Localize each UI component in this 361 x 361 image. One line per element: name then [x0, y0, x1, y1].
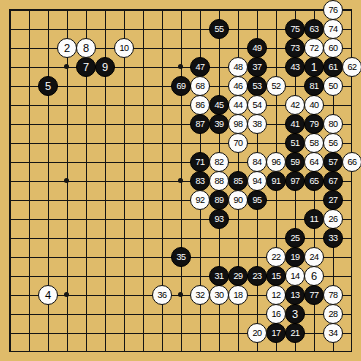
- hoshi-point: [64, 178, 69, 183]
- stone-black-71: 71: [190, 152, 210, 172]
- stone-black-15: 15: [266, 266, 286, 286]
- stone-white-14: 14: [285, 266, 305, 286]
- stone-black-97: 97: [285, 171, 305, 191]
- stone-black-91: 91: [266, 171, 286, 191]
- stone-black-9: 9: [95, 57, 115, 77]
- stone-black-93: 93: [209, 209, 229, 229]
- stone-black-23: 23: [247, 266, 267, 286]
- stone-white-6: 6: [304, 266, 324, 286]
- hoshi-point: [178, 64, 183, 69]
- stone-white-24: 24: [304, 247, 324, 267]
- stone-black-13: 13: [285, 285, 305, 305]
- stone-black-49: 49: [247, 38, 267, 58]
- stone-white-96: 96: [266, 152, 286, 172]
- stone-black-51: 51: [285, 133, 305, 153]
- stone-black-33: 33: [323, 228, 343, 248]
- stone-black-89: 89: [209, 190, 229, 210]
- stone-black-1: 1: [304, 57, 324, 77]
- stone-white-26: 26: [323, 209, 343, 229]
- hoshi-point: [64, 64, 69, 69]
- stone-white-28: 28: [323, 304, 343, 324]
- stone-white-46: 46: [228, 76, 248, 96]
- stone-white-60: 60: [323, 38, 343, 58]
- stone-white-4: 4: [38, 285, 58, 305]
- stone-white-64: 64: [304, 152, 324, 172]
- stone-black-65: 65: [304, 171, 324, 191]
- stone-white-54: 54: [247, 95, 267, 115]
- stone-black-57: 57: [323, 152, 343, 172]
- stone-black-39: 39: [209, 114, 229, 134]
- stone-white-16: 16: [266, 304, 286, 324]
- stone-black-45: 45: [209, 95, 229, 115]
- stone-white-22: 22: [266, 247, 286, 267]
- stone-black-75: 75: [285, 19, 305, 39]
- stone-white-32: 32: [190, 285, 210, 305]
- stone-black-83: 83: [190, 171, 210, 191]
- stone-white-36: 36: [152, 285, 172, 305]
- stone-black-55: 55: [209, 19, 229, 39]
- stone-black-7: 7: [76, 57, 96, 77]
- stone-white-80: 80: [323, 114, 343, 134]
- stone-white-48: 48: [228, 57, 248, 77]
- stone-white-58: 58: [304, 133, 324, 153]
- stone-black-85: 85: [228, 171, 248, 191]
- stone-white-2: 2: [57, 38, 77, 58]
- stone-white-18: 18: [228, 285, 248, 305]
- hoshi-point: [64, 292, 69, 297]
- stone-black-41: 41: [285, 114, 305, 134]
- stone-black-95: 95: [247, 190, 267, 210]
- stone-white-62: 62: [342, 57, 361, 77]
- hoshi-point: [178, 292, 183, 297]
- stone-black-53: 53: [247, 76, 267, 96]
- stone-black-31: 31: [209, 266, 229, 286]
- stone-black-63: 63: [304, 19, 324, 39]
- stone-black-29: 29: [228, 266, 248, 286]
- stone-black-11: 11: [304, 209, 324, 229]
- stone-white-92: 92: [190, 190, 210, 210]
- stone-white-70: 70: [228, 133, 248, 153]
- stone-white-68: 68: [190, 76, 210, 96]
- stone-black-3: 3: [285, 304, 305, 324]
- stone-white-82: 82: [209, 152, 229, 172]
- stone-black-73: 73: [285, 38, 305, 58]
- stone-white-88: 88: [209, 171, 229, 191]
- go-board: 1234567891011121314151617181920212223242…: [0, 0, 361, 361]
- stone-black-35: 35: [171, 247, 191, 267]
- stone-black-79: 79: [304, 114, 324, 134]
- hoshi-point: [178, 178, 183, 183]
- stone-white-74: 74: [323, 19, 343, 39]
- stone-black-69: 69: [171, 76, 191, 96]
- stone-black-87: 87: [190, 114, 210, 134]
- stone-white-38: 38: [247, 114, 267, 134]
- stone-black-17: 17: [266, 323, 286, 343]
- stone-black-19: 19: [285, 247, 305, 267]
- stone-white-34: 34: [323, 323, 343, 343]
- stone-white-76: 76: [323, 0, 343, 20]
- stone-white-10: 10: [114, 38, 134, 58]
- stone-white-78: 78: [323, 285, 343, 305]
- stone-white-40: 40: [304, 95, 324, 115]
- stone-white-84: 84: [247, 152, 267, 172]
- stone-black-21: 21: [285, 323, 305, 343]
- stone-black-67: 67: [323, 171, 343, 191]
- stone-black-81: 81: [304, 76, 324, 96]
- stone-white-66: 66: [342, 152, 361, 172]
- stone-black-5: 5: [38, 76, 58, 96]
- stone-white-98: 98: [228, 114, 248, 134]
- stone-white-30: 30: [209, 285, 229, 305]
- stone-white-42: 42: [285, 95, 305, 115]
- stone-black-77: 77: [304, 285, 324, 305]
- stone-white-94: 94: [247, 171, 267, 191]
- stone-white-72: 72: [304, 38, 324, 58]
- stone-black-27: 27: [323, 190, 343, 210]
- stone-white-56: 56: [323, 133, 343, 153]
- stone-white-44: 44: [228, 95, 248, 115]
- stone-black-37: 37: [247, 57, 267, 77]
- stone-white-50: 50: [323, 76, 343, 96]
- stone-black-59: 59: [285, 152, 305, 172]
- stone-black-43: 43: [285, 57, 305, 77]
- stone-black-61: 61: [323, 57, 343, 77]
- stone-black-47: 47: [190, 57, 210, 77]
- stone-white-20: 20: [247, 323, 267, 343]
- stone-white-90: 90: [228, 190, 248, 210]
- stone-white-8: 8: [76, 38, 96, 58]
- stone-white-12: 12: [266, 285, 286, 305]
- stone-white-52: 52: [266, 76, 286, 96]
- stone-black-25: 25: [285, 228, 305, 248]
- stone-white-86: 86: [190, 95, 210, 115]
